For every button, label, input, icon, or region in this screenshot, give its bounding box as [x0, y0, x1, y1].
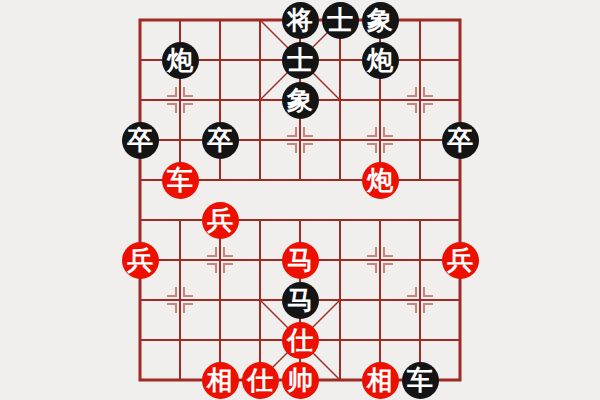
red-general-glyph: 帅	[282, 362, 319, 399]
black-soldier-glyph: 卒	[122, 122, 159, 159]
piece-red-advisor[interactable]: 仕	[280, 320, 320, 360]
black-horse-glyph: 马	[282, 282, 319, 319]
piece-red-general[interactable]: 帅	[280, 360, 320, 400]
black-elephant-glyph: 象	[362, 2, 399, 39]
black-elephant-glyph: 象	[282, 82, 319, 119]
piece-black-chariot[interactable]: 车	[400, 360, 440, 400]
piece-black-soldier[interactable]: 卒	[120, 120, 160, 160]
piece-black-horse[interactable]: 马	[280, 280, 320, 320]
piece-red-cannon[interactable]: 炮	[360, 160, 400, 200]
piece-black-cannon[interactable]: 炮	[160, 40, 200, 80]
piece-black-cannon[interactable]: 炮	[360, 40, 400, 80]
pieces-grid: 将士象炮士炮象卒卒卒车炮兵兵马兵马仕相仕帅相车	[120, 0, 480, 400]
black-cannon-glyph: 炮	[362, 42, 399, 79]
piece-red-chariot[interactable]: 车	[160, 160, 200, 200]
piece-black-elephant[interactable]: 象	[360, 0, 400, 40]
piece-red-horse[interactable]: 马	[280, 240, 320, 280]
black-advisor-glyph: 士	[322, 2, 359, 39]
piece-black-soldier[interactable]: 卒	[200, 120, 240, 160]
black-chariot-glyph: 车	[402, 362, 439, 399]
red-elephant-glyph: 相	[202, 362, 239, 399]
xiangqi-board: 将士象炮士炮象卒卒卒车炮兵兵马兵马仕相仕帅相车	[0, 0, 600, 400]
red-horse-glyph: 马	[282, 242, 319, 279]
piece-black-soldier[interactable]: 卒	[440, 120, 480, 160]
piece-red-advisor[interactable]: 仕	[240, 360, 280, 400]
piece-black-advisor[interactable]: 士	[320, 0, 360, 40]
red-advisor-glyph: 仕	[282, 322, 319, 359]
red-soldier-glyph: 兵	[202, 202, 239, 239]
black-advisor-glyph: 士	[282, 42, 319, 79]
piece-black-elephant[interactable]: 象	[280, 80, 320, 120]
piece-red-soldier[interactable]: 兵	[440, 240, 480, 280]
red-soldier-glyph: 兵	[122, 242, 159, 279]
black-soldier-glyph: 卒	[442, 122, 479, 159]
piece-red-soldier[interactable]: 兵	[120, 240, 160, 280]
piece-red-soldier[interactable]: 兵	[200, 200, 240, 240]
black-cannon-glyph: 炮	[162, 42, 199, 79]
piece-red-elephant[interactable]: 相	[200, 360, 240, 400]
piece-red-elephant[interactable]: 相	[360, 360, 400, 400]
piece-black-advisor[interactable]: 士	[280, 40, 320, 80]
red-chariot-glyph: 车	[162, 162, 199, 199]
red-soldier-glyph: 兵	[442, 242, 479, 279]
red-advisor-glyph: 仕	[242, 362, 279, 399]
red-cannon-glyph: 炮	[362, 162, 399, 199]
piece-black-general[interactable]: 将	[280, 0, 320, 40]
red-elephant-glyph: 相	[362, 362, 399, 399]
black-soldier-glyph: 卒	[202, 122, 239, 159]
black-general-glyph: 将	[282, 2, 319, 39]
